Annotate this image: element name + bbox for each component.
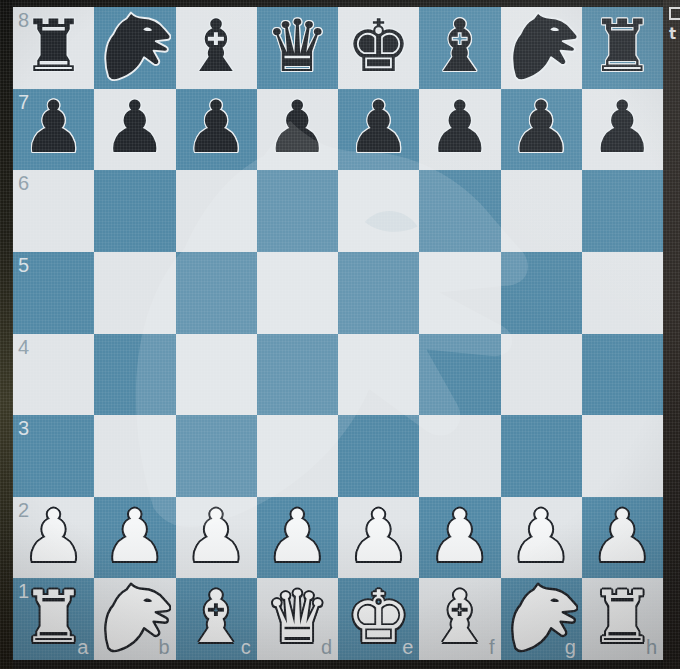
- square-g1[interactable]: g: [501, 578, 582, 660]
- file-label-a: a: [77, 637, 88, 657]
- square-b8[interactable]: [94, 7, 175, 89]
- square-b4[interactable]: [94, 334, 175, 416]
- rank-label-2: 2: [18, 500, 29, 520]
- square-h7[interactable]: ♟: [582, 89, 663, 171]
- square-b3[interactable]: [94, 415, 175, 497]
- chess-board: 8♜♝♛♚♝♜7♟♟♟♟♟♟♟♟65432♟♟♟♟♟♟♟♟1a♜bc♝d♛e♚f…: [13, 7, 663, 660]
- square-g2[interactable]: ♟: [501, 497, 582, 579]
- square-f1[interactable]: f♝: [419, 578, 500, 660]
- screen-photo: 8♜♝♛♚♝♜7♟♟♟♟♟♟♟♟65432♟♟♟♟♟♟♟♟1a♜bc♝d♛e♚f…: [0, 0, 680, 669]
- square-f3[interactable]: [419, 415, 500, 497]
- square-f5[interactable]: [419, 252, 500, 334]
- square-g5[interactable]: [501, 252, 582, 334]
- file-label-h: h: [646, 637, 657, 657]
- rank-label-5: 5: [18, 255, 29, 275]
- square-d7[interactable]: ♟: [257, 89, 338, 171]
- square-g6[interactable]: [501, 170, 582, 252]
- black-pawn[interactable]: ♟: [590, 91, 655, 163]
- black-king[interactable]: ♚: [346, 10, 411, 82]
- black-pawn[interactable]: ♟: [103, 91, 168, 163]
- square-e7[interactable]: ♟: [338, 89, 419, 171]
- square-d5[interactable]: [257, 252, 338, 334]
- rank-label-1: 1: [18, 581, 29, 601]
- black-pawn[interactable]: ♟: [184, 91, 249, 163]
- square-g8[interactable]: [501, 7, 582, 89]
- black-pawn[interactable]: ♟: [428, 91, 493, 163]
- white-pawn[interactable]: ♟: [184, 500, 249, 572]
- file-label-g: g: [565, 637, 576, 657]
- black-pawn[interactable]: ♟: [509, 91, 574, 163]
- square-h8[interactable]: ♜: [582, 7, 663, 89]
- square-e5[interactable]: [338, 252, 419, 334]
- pin-icon[interactable]: t: [669, 27, 676, 42]
- square-h4[interactable]: [582, 334, 663, 416]
- white-pawn[interactable]: ♟: [21, 500, 86, 572]
- black-knight-panther-icon[interactable]: [505, 11, 578, 84]
- square-d3[interactable]: [257, 415, 338, 497]
- square-a8[interactable]: 8♜: [13, 7, 94, 89]
- square-b2[interactable]: ♟: [94, 497, 175, 579]
- photo-left-border: [0, 0, 13, 669]
- white-pawn[interactable]: ♟: [346, 500, 411, 572]
- black-pawn[interactable]: ♟: [21, 91, 86, 163]
- square-h1[interactable]: h♜: [582, 578, 663, 660]
- white-pawn[interactable]: ♟: [265, 500, 330, 572]
- square-c4[interactable]: [176, 334, 257, 416]
- black-pawn[interactable]: ♟: [265, 91, 330, 163]
- square-h5[interactable]: [582, 252, 663, 334]
- square-c2[interactable]: ♟: [176, 497, 257, 579]
- file-label-f: f: [489, 637, 495, 657]
- square-a4[interactable]: 4: [13, 334, 94, 416]
- square-h3[interactable]: [582, 415, 663, 497]
- square-b7[interactable]: ♟: [94, 89, 175, 171]
- square-b5[interactable]: [94, 252, 175, 334]
- black-rook[interactable]: ♜: [590, 10, 655, 82]
- square-a1[interactable]: 1a♜: [13, 578, 94, 660]
- black-bishop[interactable]: ♝: [428, 10, 493, 82]
- file-label-d: d: [321, 637, 332, 657]
- square-a7[interactable]: 7♟: [13, 89, 94, 171]
- square-b6[interactable]: [94, 170, 175, 252]
- square-c6[interactable]: [176, 170, 257, 252]
- square-g3[interactable]: [501, 415, 582, 497]
- white-pawn[interactable]: ♟: [103, 500, 168, 572]
- black-pawn[interactable]: ♟: [346, 91, 411, 163]
- rank-label-4: 4: [18, 337, 29, 357]
- square-c7[interactable]: ♟: [176, 89, 257, 171]
- black-knight-panther-icon[interactable]: [98, 11, 171, 84]
- square-a6[interactable]: 6: [13, 170, 94, 252]
- black-rook[interactable]: ♜: [21, 10, 86, 82]
- square-g4[interactable]: [501, 334, 582, 416]
- square-c3[interactable]: [176, 415, 257, 497]
- black-queen[interactable]: ♛: [265, 10, 330, 82]
- square-e6[interactable]: [338, 170, 419, 252]
- square-d6[interactable]: [257, 170, 338, 252]
- square-f8[interactable]: ♝: [419, 7, 500, 89]
- white-pawn[interactable]: ♟: [509, 500, 574, 572]
- square-e8[interactable]: ♚: [338, 7, 419, 89]
- rank-label-6: 6: [18, 173, 29, 193]
- square-a5[interactable]: 5: [13, 252, 94, 334]
- square-b1[interactable]: b: [94, 578, 175, 660]
- rank-label-7: 7: [18, 92, 29, 112]
- square-d1[interactable]: d♛: [257, 578, 338, 660]
- square-a3[interactable]: 3: [13, 415, 94, 497]
- white-bishop[interactable]: ♝: [184, 581, 249, 653]
- square-f2[interactable]: ♟: [419, 497, 500, 579]
- square-f4[interactable]: [419, 334, 500, 416]
- white-bishop[interactable]: ♝: [428, 581, 493, 653]
- white-pawn[interactable]: ♟: [428, 500, 493, 572]
- square-c1[interactable]: c♝: [176, 578, 257, 660]
- square-c8[interactable]: ♝: [176, 7, 257, 89]
- square-e1[interactable]: e♚: [338, 578, 419, 660]
- square-e2[interactable]: ♟: [338, 497, 419, 579]
- square-d2[interactable]: ♟: [257, 497, 338, 579]
- file-label-c: c: [241, 637, 251, 657]
- file-label-b: b: [158, 637, 169, 657]
- white-pawn[interactable]: ♟: [590, 500, 655, 572]
- square-e3[interactable]: [338, 415, 419, 497]
- square-d8[interactable]: ♛: [257, 7, 338, 89]
- rank-label-3: 3: [18, 418, 29, 438]
- square-f7[interactable]: ♟: [419, 89, 500, 171]
- file-label-e: e: [402, 637, 413, 657]
- cropped-ui-icons: t: [669, 7, 680, 42]
- square-e4[interactable]: [338, 334, 419, 416]
- square-a2[interactable]: 2♟: [13, 497, 94, 579]
- square-d4[interactable]: [257, 334, 338, 416]
- square-g7[interactable]: ♟: [501, 89, 582, 171]
- square-h6[interactable]: [582, 170, 663, 252]
- frame-icon[interactable]: [669, 7, 680, 20]
- square-c5[interactable]: [176, 252, 257, 334]
- black-bishop[interactable]: ♝: [184, 10, 249, 82]
- rank-label-8: 8: [18, 10, 29, 30]
- photo-right-border: [663, 0, 680, 669]
- square-f6[interactable]: [419, 170, 500, 252]
- square-h2[interactable]: ♟: [582, 497, 663, 579]
